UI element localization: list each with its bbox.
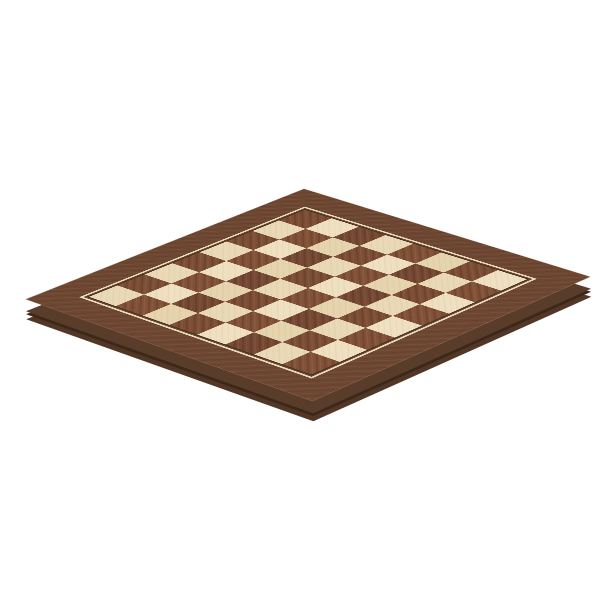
chess-board	[100, 80, 516, 496]
product-photo	[0, 0, 600, 600]
board-frame	[25, 189, 590, 402]
